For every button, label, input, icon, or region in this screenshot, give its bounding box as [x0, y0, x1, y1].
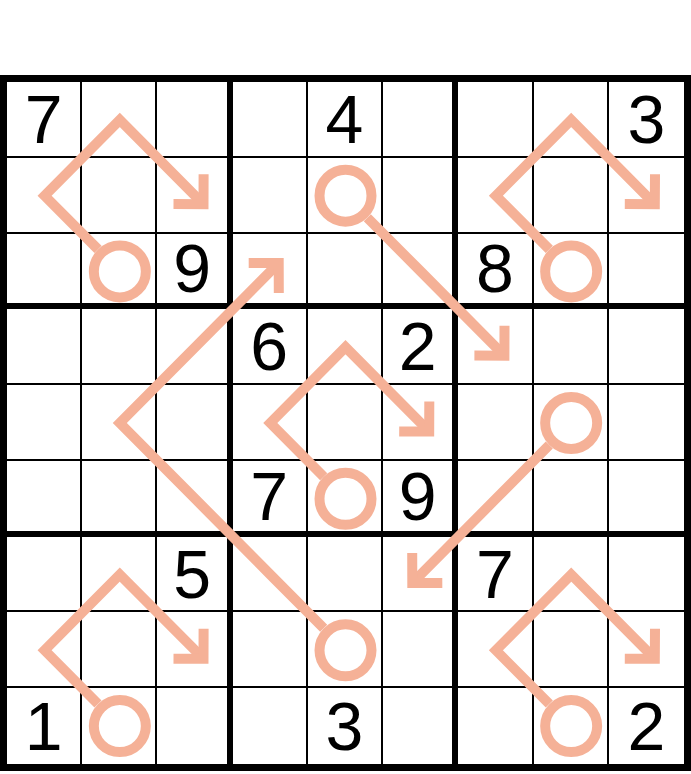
cell-r2c2[interactable] [82, 158, 157, 234]
cell-r9c2[interactable] [82, 688, 157, 764]
cell-r3c6[interactable] [383, 234, 458, 310]
cell-r7c4[interactable] [233, 537, 308, 613]
cell-r5c8[interactable] [534, 385, 609, 461]
cell-r6c5[interactable] [308, 461, 383, 537]
puzzle-page: 74398627957132 [0, 0, 691, 774]
cell-r1c4[interactable] [233, 82, 308, 158]
cell-r4c7[interactable] [458, 309, 533, 385]
cell-r9c6[interactable] [383, 688, 458, 764]
cell-r7c1[interactable] [7, 537, 82, 613]
cell-r8c4[interactable] [233, 612, 308, 688]
cell-r5c7[interactable] [458, 385, 533, 461]
cell-r5c6[interactable] [383, 385, 458, 461]
cell-r1c5[interactable]: 4 [308, 82, 383, 158]
cell-r7c3[interactable]: 5 [157, 537, 232, 613]
cell-r2c4[interactable] [233, 158, 308, 234]
cell-r8c3[interactable] [157, 612, 232, 688]
cell-r4c3[interactable] [157, 309, 232, 385]
cell-r9c5[interactable]: 3 [308, 688, 383, 764]
cell-r7c9[interactable] [609, 537, 684, 613]
cell-r2c1[interactable] [7, 158, 82, 234]
cell-r9c3[interactable] [157, 688, 232, 764]
cell-r5c5[interactable] [308, 385, 383, 461]
cell-r3c4[interactable] [233, 234, 308, 310]
cell-r2c6[interactable] [383, 158, 458, 234]
cell-r9c9[interactable]: 2 [609, 688, 684, 764]
cell-r8c5[interactable] [308, 612, 383, 688]
cell-r7c6[interactable] [383, 537, 458, 613]
cell-r1c3[interactable] [157, 82, 232, 158]
cell-r9c1[interactable]: 1 [7, 688, 82, 764]
cell-r5c9[interactable] [609, 385, 684, 461]
cell-r5c1[interactable] [7, 385, 82, 461]
cell-r4c2[interactable] [82, 309, 157, 385]
cell-r8c6[interactable] [383, 612, 458, 688]
cell-r7c2[interactable] [82, 537, 157, 613]
cell-r1c2[interactable] [82, 82, 157, 158]
cell-r3c8[interactable] [534, 234, 609, 310]
cell-r8c7[interactable] [458, 612, 533, 688]
cell-r6c9[interactable] [609, 461, 684, 537]
cell-r4c6[interactable]: 2 [383, 309, 458, 385]
cell-r1c1[interactable]: 7 [7, 82, 82, 158]
cell-r6c2[interactable] [82, 461, 157, 537]
cell-r4c9[interactable] [609, 309, 684, 385]
cell-r9c8[interactable] [534, 688, 609, 764]
cell-r6c6[interactable]: 9 [383, 461, 458, 537]
cell-r6c8[interactable] [534, 461, 609, 537]
cell-r8c1[interactable] [7, 612, 82, 688]
cell-r1c6[interactable] [383, 82, 458, 158]
cell-r3c1[interactable] [7, 234, 82, 310]
cell-r2c8[interactable] [534, 158, 609, 234]
cell-r7c5[interactable] [308, 537, 383, 613]
sudoku-board: 74398627957132 [0, 75, 691, 771]
cell-r2c7[interactable] [458, 158, 533, 234]
cell-r3c5[interactable] [308, 234, 383, 310]
cell-r3c2[interactable] [82, 234, 157, 310]
cell-r3c9[interactable] [609, 234, 684, 310]
cell-r5c2[interactable] [82, 385, 157, 461]
cell-r7c7[interactable]: 7 [458, 537, 533, 613]
cell-r9c4[interactable] [233, 688, 308, 764]
cell-r5c4[interactable] [233, 385, 308, 461]
cell-r6c1[interactable] [7, 461, 82, 537]
cell-r4c4[interactable]: 6 [233, 309, 308, 385]
cell-r4c5[interactable] [308, 309, 383, 385]
cell-r2c9[interactable] [609, 158, 684, 234]
cell-r1c8[interactable] [534, 82, 609, 158]
cell-r8c2[interactable] [82, 612, 157, 688]
cell-r1c9[interactable]: 3 [609, 82, 684, 158]
cell-r8c8[interactable] [534, 612, 609, 688]
cell-r1c7[interactable] [458, 82, 533, 158]
cell-r5c3[interactable] [157, 385, 232, 461]
cell-r8c9[interactable] [609, 612, 684, 688]
cell-r6c4[interactable]: 7 [233, 461, 308, 537]
cell-r2c3[interactable] [157, 158, 232, 234]
cell-r3c3[interactable]: 9 [157, 234, 232, 310]
cell-r7c8[interactable] [534, 537, 609, 613]
cell-r4c1[interactable] [7, 309, 82, 385]
cell-r3c7[interactable]: 8 [458, 234, 533, 310]
cell-r2c5[interactable] [308, 158, 383, 234]
cell-r6c7[interactable] [458, 461, 533, 537]
cell-r6c3[interactable] [157, 461, 232, 537]
cell-r9c7[interactable] [458, 688, 533, 764]
cell-r4c8[interactable] [534, 309, 609, 385]
